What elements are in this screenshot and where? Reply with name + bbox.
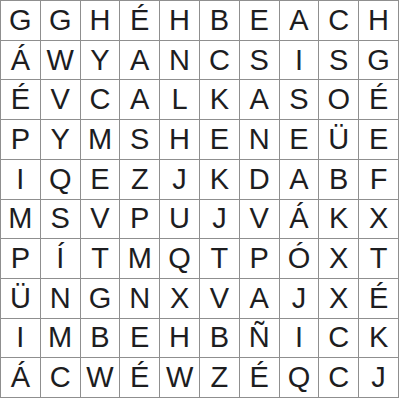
grid-cell-r1c4[interactable]: É (120, 1, 159, 40)
grid-cell-r1c7[interactable]: E (240, 1, 279, 40)
grid-cell-r10c4[interactable]: É (120, 358, 159, 397)
grid-cell-r2c10[interactable]: G (359, 41, 398, 80)
grid-cell-r2c4[interactable]: A (120, 41, 159, 80)
grid-cell-r7c8[interactable]: Ó (280, 239, 319, 278)
grid-cell-r5c8[interactable]: A (280, 160, 319, 199)
grid-cell-r4c4[interactable]: S (120, 120, 159, 159)
grid-cell-r3c3[interactable]: C (81, 80, 120, 119)
grid-cell-r7c4[interactable]: M (120, 239, 159, 278)
grid-cell-r8c9[interactable]: X (319, 279, 358, 318)
grid-cell-r3c10[interactable]: É (359, 80, 398, 119)
grid-cell-r8c4[interactable]: N (120, 279, 159, 318)
grid-cell-r1c1[interactable]: G (1, 1, 40, 40)
grid-cell-r7c9[interactable]: X (319, 239, 358, 278)
grid-cell-r2c9[interactable]: S (319, 41, 358, 80)
grid-cell-r9c10[interactable]: K (359, 319, 398, 358)
grid-cell-r4c10[interactable]: E (359, 120, 398, 159)
grid-cell-r5c6[interactable]: K (200, 160, 239, 199)
grid-cell-r10c5[interactable]: W (160, 358, 199, 397)
grid-cell-r5c4[interactable]: Z (120, 160, 159, 199)
grid-cell-r5c2[interactable]: Q (41, 160, 80, 199)
grid-cell-r1c9[interactable]: C (319, 1, 358, 40)
grid-cell-r9c3[interactable]: B (81, 319, 120, 358)
grid-cell-r7c5[interactable]: Q (160, 239, 199, 278)
grid-cell-r3c5[interactable]: L (160, 80, 199, 119)
grid-cell-r4c3[interactable]: M (81, 120, 120, 159)
grid-cell-r6c2[interactable]: S (41, 200, 80, 239)
grid-cell-r2c1[interactable]: Á (1, 41, 40, 80)
grid-cell-r6c4[interactable]: P (120, 200, 159, 239)
grid-cell-r7c3[interactable]: T (81, 239, 120, 278)
grid-cell-r8c2[interactable]: N (41, 279, 80, 318)
grid-cell-r9c8[interactable]: I (280, 319, 319, 358)
grid-cell-r8c7[interactable]: A (240, 279, 279, 318)
grid-cell-r5c9[interactable]: B (319, 160, 358, 199)
grid-cell-r2c7[interactable]: S (240, 41, 279, 80)
grid-cell-r7c2[interactable]: Í (41, 239, 80, 278)
grid-cell-r7c7[interactable]: P (240, 239, 279, 278)
grid-cell-r10c8[interactable]: Q (280, 358, 319, 397)
grid-cell-r9c5[interactable]: H (160, 319, 199, 358)
grid-cell-r7c10[interactable]: T (359, 239, 398, 278)
grid-cell-r8c8[interactable]: J (280, 279, 319, 318)
grid-cell-r10c9[interactable]: C (319, 358, 358, 397)
grid-cell-r10c2[interactable]: C (41, 358, 80, 397)
grid-cell-r9c2[interactable]: M (41, 319, 80, 358)
grid-cell-r6c6[interactable]: J (200, 200, 239, 239)
grid-cell-r6c8[interactable]: Á (280, 200, 319, 239)
grid-cell-r4c9[interactable]: Ü (319, 120, 358, 159)
grid-cell-r9c6[interactable]: B (200, 319, 239, 358)
grid-cell-r5c7[interactable]: D (240, 160, 279, 199)
grid-cell-r4c6[interactable]: E (200, 120, 239, 159)
grid-cell-r10c7[interactable]: É (240, 358, 279, 397)
grid-cell-r4c1[interactable]: P (1, 120, 40, 159)
grid-cell-r9c4[interactable]: E (120, 319, 159, 358)
grid-cell-r3c1[interactable]: É (1, 80, 40, 119)
grid-cell-r6c7[interactable]: V (240, 200, 279, 239)
grid-cell-r10c1[interactable]: Á (1, 358, 40, 397)
grid-cell-r8c1[interactable]: Ü (1, 279, 40, 318)
grid-cell-r5c5[interactable]: J (160, 160, 199, 199)
grid-cell-r3c8[interactable]: S (280, 80, 319, 119)
grid-cell-r3c2[interactable]: V (41, 80, 80, 119)
grid-cell-r8c5[interactable]: X (160, 279, 199, 318)
grid-cell-r6c1[interactable]: M (1, 200, 40, 239)
grid-cell-r8c3[interactable]: G (81, 279, 120, 318)
grid-cell-r3c6[interactable]: K (200, 80, 239, 119)
grid-cell-r9c7[interactable]: Ñ (240, 319, 279, 358)
grid-cell-r10c6[interactable]: Z (200, 358, 239, 397)
grid-cell-r6c10[interactable]: X (359, 200, 398, 239)
grid-cell-r1c10[interactable]: H (359, 1, 398, 40)
grid-cell-r3c4[interactable]: A (120, 80, 159, 119)
grid-cell-r2c6[interactable]: C (200, 41, 239, 80)
grid-cell-r1c2[interactable]: G (41, 1, 80, 40)
grid-cell-r8c6[interactable]: V (200, 279, 239, 318)
grid-cell-r5c1[interactable]: I (1, 160, 40, 199)
grid-cell-r6c5[interactable]: U (160, 200, 199, 239)
grid-cell-r7c6[interactable]: T (200, 239, 239, 278)
grid-cell-r1c3[interactable]: H (81, 1, 120, 40)
grid-cell-r8c10[interactable]: É (359, 279, 398, 318)
grid-cell-r5c10[interactable]: F (359, 160, 398, 199)
word-search-grid: GGHÉHBEACHÁWYANCSISGÉVCALKASOÉPYMSHENEÜE… (0, 0, 399, 398)
grid-cell-r1c5[interactable]: H (160, 1, 199, 40)
grid-cell-r4c7[interactable]: N (240, 120, 279, 159)
grid-cell-r2c8[interactable]: I (280, 41, 319, 80)
grid-cell-r1c8[interactable]: A (280, 1, 319, 40)
grid-cell-r5c3[interactable]: E (81, 160, 120, 199)
grid-cell-r1c6[interactable]: B (200, 1, 239, 40)
grid-cell-r2c5[interactable]: N (160, 41, 199, 80)
grid-cell-r6c3[interactable]: V (81, 200, 120, 239)
grid-cell-r6c9[interactable]: K (319, 200, 358, 239)
grid-cell-r9c9[interactable]: C (319, 319, 358, 358)
grid-cell-r2c3[interactable]: Y (81, 41, 120, 80)
grid-cell-r9c1[interactable]: I (1, 319, 40, 358)
grid-cell-r7c1[interactable]: P (1, 239, 40, 278)
grid-cell-r4c2[interactable]: Y (41, 120, 80, 159)
grid-cell-r2c2[interactable]: W (41, 41, 80, 80)
grid-cell-r4c8[interactable]: E (280, 120, 319, 159)
grid-cell-r4c5[interactable]: H (160, 120, 199, 159)
grid-cell-r3c9[interactable]: O (319, 80, 358, 119)
grid-cell-r3c7[interactable]: A (240, 80, 279, 119)
grid-cell-r10c10[interactable]: J (359, 358, 398, 397)
grid-cell-r10c3[interactable]: W (81, 358, 120, 397)
